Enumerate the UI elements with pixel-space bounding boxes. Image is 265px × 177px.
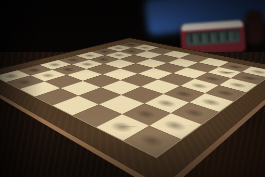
board-surface: ♜♞♝♛♚♝♞♜♟♟♟♟♟♟♟♟♟♟♟♟♟♟♟♟♜♞♝♛♚♝♞♜ [0,42,265,157]
scene: ♜♞♝♛♚♝♞♜♟♟♟♟♟♟♟♟♟♟♟♟♟♟♟♟♜♞♝♛♚♝♞♜ [0,0,265,177]
chessboard: ♜♞♝♛♚♝♞♜♟♟♟♟♟♟♟♟♟♟♟♟♟♟♟♟♜♞♝♛♚♝♞♜ [0,38,265,177]
board-stage: ♜♞♝♛♚♝♞♜♟♟♟♟♟♟♟♟♟♟♟♟♟♟♟♟♜♞♝♛♚♝♞♜ [0,0,265,177]
